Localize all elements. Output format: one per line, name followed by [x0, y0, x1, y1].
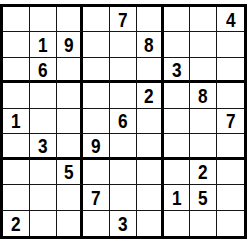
given-digit: 8 [144, 34, 154, 55]
cell-r5c6[interactable] [137, 109, 164, 134]
cell-r2c2[interactable]: 1 [30, 32, 57, 57]
cell-r9c4[interactable] [83, 211, 110, 236]
cell-r9c6[interactable] [137, 211, 164, 236]
cell-r5c5[interactable]: 6 [110, 109, 137, 134]
given-digit: 5 [64, 161, 74, 182]
given-digit: 3 [118, 213, 128, 234]
cell-r2c7[interactable] [164, 32, 191, 57]
cell-r5c8[interactable] [190, 109, 217, 134]
cell-r1c7[interactable] [164, 7, 191, 32]
cell-r6c7[interactable] [164, 134, 191, 159]
given-digit: 1 [38, 34, 48, 55]
cell-r6c8[interactable] [190, 134, 217, 159]
cell-r3c8[interactable] [190, 58, 217, 83]
page: 741986328167395271523 [0, 0, 249, 242]
cell-r6c4[interactable]: 9 [83, 134, 110, 159]
cell-r8c4[interactable]: 7 [83, 185, 110, 210]
cell-r5c3[interactable] [57, 109, 84, 134]
cell-r9c3[interactable] [57, 211, 84, 236]
given-digit: 6 [38, 59, 48, 80]
cell-r4c4[interactable] [83, 83, 110, 108]
cell-r7c2[interactable] [30, 160, 57, 185]
given-digit: 4 [226, 9, 236, 30]
cell-r2c3[interactable]: 9 [57, 32, 84, 57]
cell-r4c6[interactable]: 2 [137, 83, 164, 108]
cell-r7c6[interactable] [137, 160, 164, 185]
given-digit: 3 [38, 135, 48, 156]
cell-r1c2[interactable] [30, 7, 57, 32]
given-digit: 6 [118, 110, 128, 131]
cell-r1c1[interactable] [3, 7, 30, 32]
cell-r6c9[interactable] [217, 134, 244, 159]
cell-r3c4[interactable] [83, 58, 110, 83]
cell-r8c5[interactable] [110, 185, 137, 210]
cell-r8c9[interactable] [217, 185, 244, 210]
cell-r4c2[interactable] [30, 83, 57, 108]
cell-r6c5[interactable] [110, 134, 137, 159]
cell-r2c5[interactable] [110, 32, 137, 57]
given-digit: 7 [118, 9, 128, 30]
cell-r7c5[interactable] [110, 160, 137, 185]
given-digit: 2 [144, 85, 154, 106]
cell-r9c7[interactable] [164, 211, 191, 236]
cell-r5c1[interactable]: 1 [3, 109, 30, 134]
cell-r2c4[interactable] [83, 32, 110, 57]
given-digit: 9 [91, 135, 101, 156]
cell-r3c2[interactable]: 6 [30, 58, 57, 83]
cell-r2c9[interactable] [217, 32, 244, 57]
given-digit: 7 [91, 187, 101, 208]
cell-r1c4[interactable] [83, 7, 110, 32]
cell-r1c5[interactable]: 7 [110, 7, 137, 32]
cell-r6c1[interactable] [3, 134, 30, 159]
cell-r8c6[interactable] [137, 185, 164, 210]
given-digit: 2 [11, 213, 21, 234]
cell-r2c6[interactable]: 8 [137, 32, 164, 57]
cell-r3c9[interactable] [217, 58, 244, 83]
cell-r1c9[interactable]: 4 [217, 7, 244, 32]
cell-r8c1[interactable] [3, 185, 30, 210]
cell-r9c2[interactable] [30, 211, 57, 236]
cell-r4c7[interactable] [164, 83, 191, 108]
cell-r3c6[interactable] [137, 58, 164, 83]
cell-r4c8[interactable]: 8 [190, 83, 217, 108]
given-digit: 3 [172, 59, 182, 80]
cell-r7c8[interactable]: 2 [190, 160, 217, 185]
cell-r3c3[interactable] [57, 58, 84, 83]
cell-r4c1[interactable] [3, 83, 30, 108]
cell-r9c9[interactable] [217, 211, 244, 236]
cell-r7c1[interactable] [3, 160, 30, 185]
cell-r9c5[interactable]: 3 [110, 211, 137, 236]
cell-r5c9[interactable]: 7 [217, 109, 244, 134]
cell-r5c7[interactable] [164, 109, 191, 134]
cell-r7c3[interactable]: 5 [57, 160, 84, 185]
given-digit: 1 [11, 110, 21, 131]
cell-r8c8[interactable]: 5 [190, 185, 217, 210]
cell-r7c9[interactable] [217, 160, 244, 185]
given-digit: 9 [64, 34, 74, 55]
given-digit: 5 [199, 187, 209, 208]
cell-r6c3[interactable] [57, 134, 84, 159]
cell-r5c4[interactable] [83, 109, 110, 134]
cell-r7c7[interactable] [164, 160, 191, 185]
cell-r6c2[interactable]: 3 [30, 134, 57, 159]
cell-r1c3[interactable] [57, 7, 84, 32]
sudoku-board: 741986328167395271523 [0, 4, 247, 239]
cell-r1c8[interactable] [190, 7, 217, 32]
cell-r3c1[interactable] [3, 58, 30, 83]
cell-r8c2[interactable] [30, 185, 57, 210]
given-digit: 7 [226, 110, 236, 131]
cell-r4c3[interactable] [57, 83, 84, 108]
cell-r3c5[interactable] [110, 58, 137, 83]
cell-r8c7[interactable]: 1 [164, 185, 191, 210]
cell-r2c8[interactable] [190, 32, 217, 57]
cell-r6c6[interactable] [137, 134, 164, 159]
cell-r5c2[interactable] [30, 109, 57, 134]
given-digit: 8 [199, 85, 209, 106]
given-digit: 2 [199, 161, 209, 182]
cell-r3c7[interactable]: 3 [164, 58, 191, 83]
cell-r4c9[interactable] [217, 83, 244, 108]
cell-r9c8[interactable] [190, 211, 217, 236]
cell-r2c1[interactable] [3, 32, 30, 57]
cell-r9c1[interactable]: 2 [3, 211, 30, 236]
cell-r4c5[interactable] [110, 83, 137, 108]
cell-r7c4[interactable] [83, 160, 110, 185]
cell-r1c6[interactable] [137, 7, 164, 32]
given-digit: 1 [172, 187, 182, 208]
cell-r8c3[interactable] [57, 185, 84, 210]
